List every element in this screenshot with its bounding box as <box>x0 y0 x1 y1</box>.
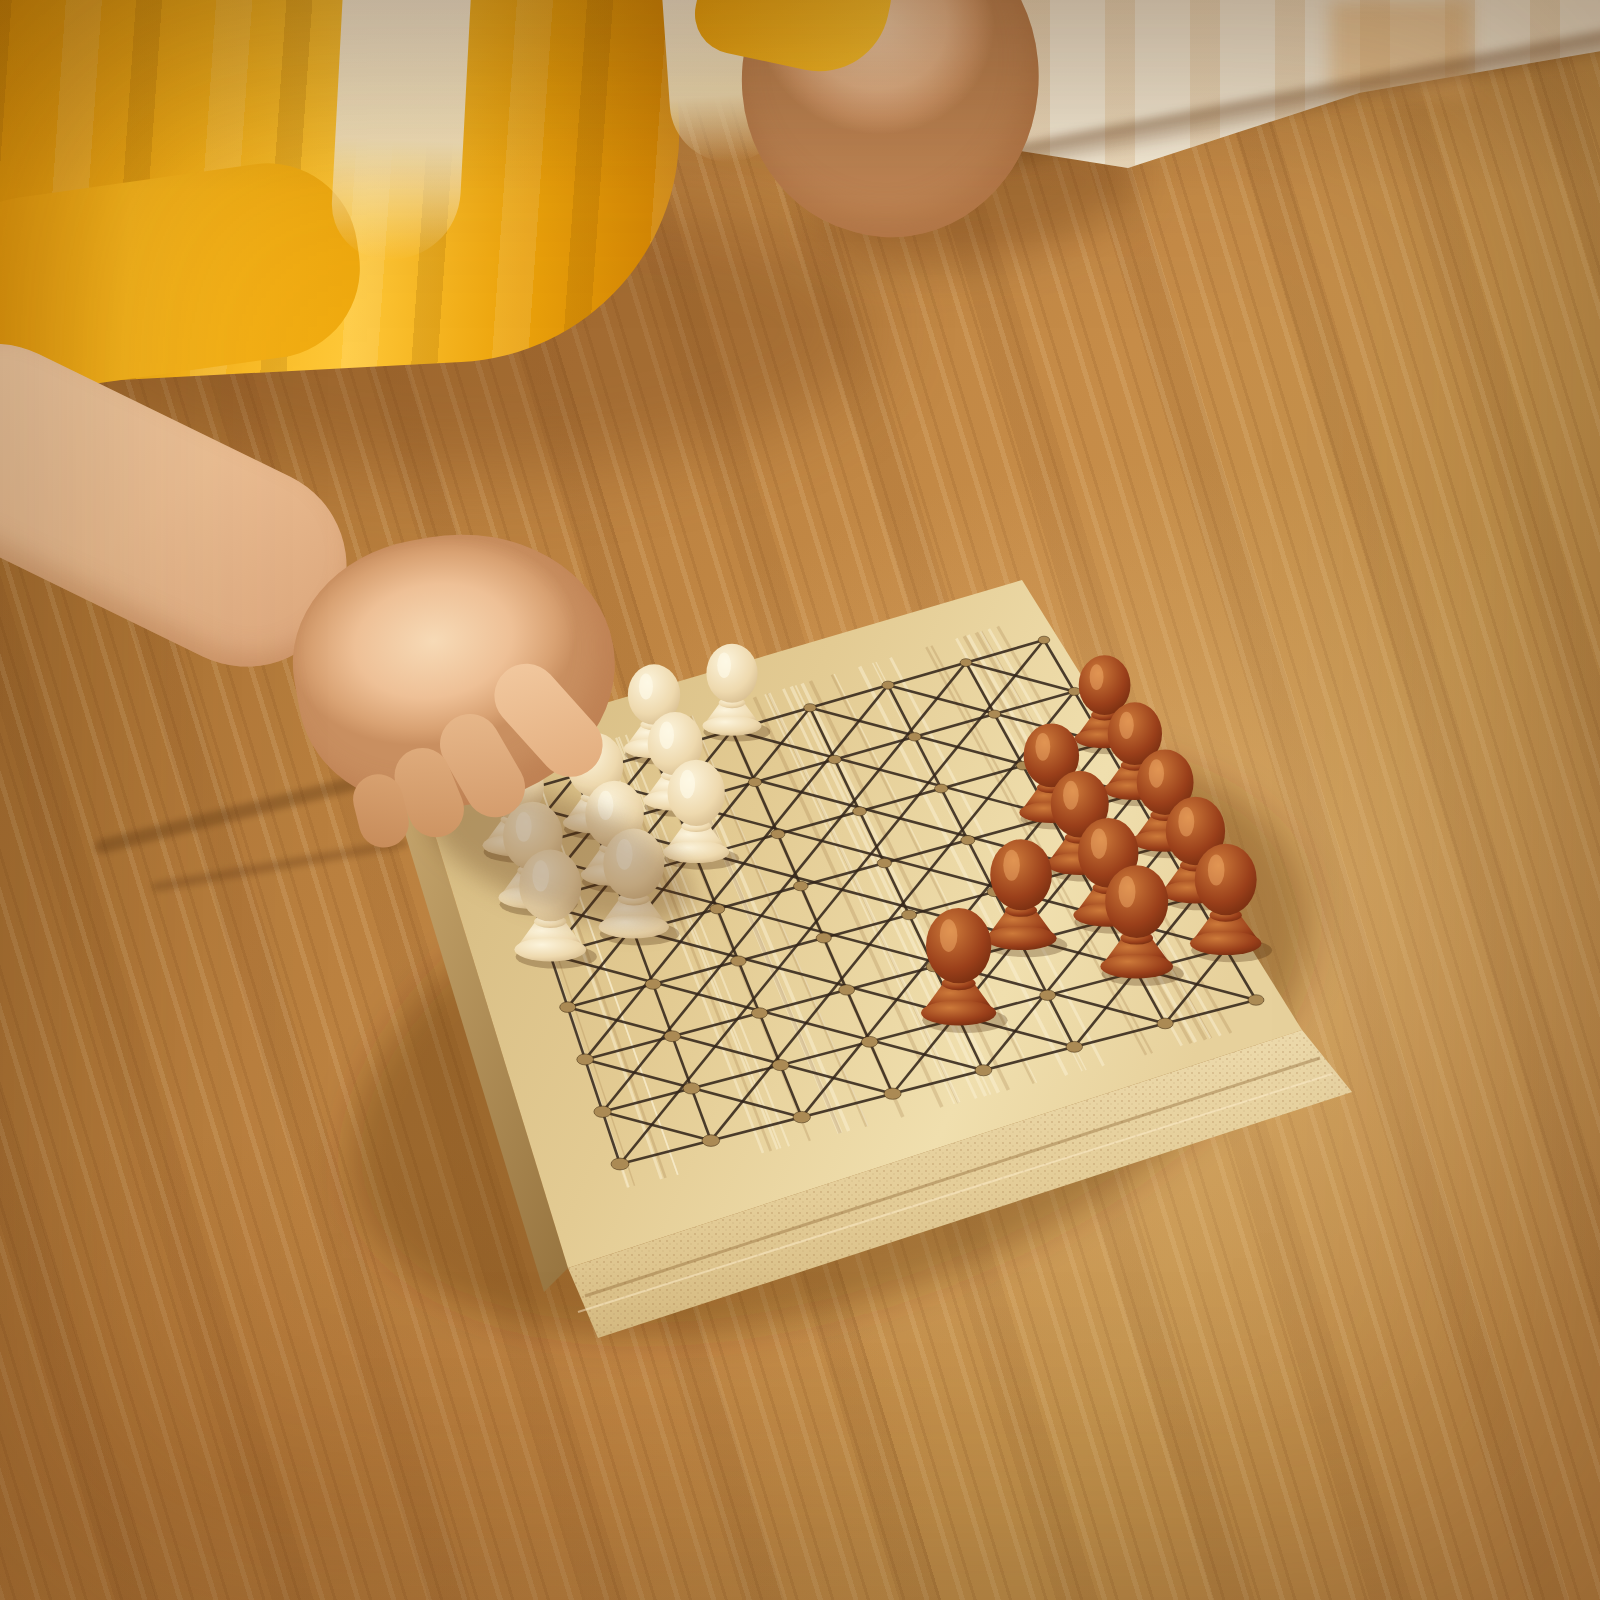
grid-hole[interactable] <box>794 881 809 891</box>
grid-hole[interactable] <box>611 1158 629 1170</box>
grid-hole[interactable] <box>902 910 917 920</box>
grid-hole[interactable] <box>771 830 785 839</box>
grid-hole[interactable] <box>804 704 816 712</box>
grid-hole[interactable] <box>1068 687 1080 695</box>
grid-hole[interactable] <box>839 985 855 995</box>
grid-hole[interactable] <box>702 1135 720 1147</box>
grid-hole[interactable] <box>935 784 948 793</box>
scene <box>0 0 1600 1600</box>
grid-hole[interactable] <box>793 1111 810 1122</box>
grid-hole[interactable] <box>861 1036 877 1047</box>
grid-hole[interactable] <box>816 933 831 943</box>
game-board <box>0 0 1600 1600</box>
grid-hole[interactable] <box>882 681 894 689</box>
grid-hole[interactable] <box>1040 990 1056 1000</box>
grid-hole[interactable] <box>975 1065 992 1076</box>
grid-hole[interactable] <box>772 1060 789 1071</box>
grid-hole[interactable] <box>731 956 746 966</box>
grid-hole[interactable] <box>645 979 661 989</box>
grid-hole[interactable] <box>577 1054 594 1065</box>
grid-hole[interactable] <box>961 836 975 845</box>
grid-hole[interactable] <box>710 904 725 914</box>
grid-hole[interactable] <box>853 807 867 816</box>
grid-hole[interactable] <box>748 778 761 787</box>
grid-hole[interactable] <box>1066 1041 1083 1052</box>
grid-hole[interactable] <box>664 1031 680 1042</box>
grid-hole[interactable] <box>1248 995 1264 1006</box>
grid-hole[interactable] <box>877 858 891 867</box>
grid-hole[interactable] <box>683 1083 700 1094</box>
grid-hole[interactable] <box>828 755 841 764</box>
grid-hole[interactable] <box>1038 636 1050 644</box>
grid-hole[interactable] <box>1157 1018 1173 1029</box>
grid-hole[interactable] <box>884 1088 901 1099</box>
grid-hole[interactable] <box>594 1106 611 1117</box>
grid-hole[interactable] <box>908 733 921 741</box>
grid-hole[interactable] <box>560 1002 576 1013</box>
grid-hole[interactable] <box>988 710 1000 718</box>
grid-hole[interactable] <box>751 1008 767 1019</box>
grid-hole[interactable] <box>960 659 972 667</box>
